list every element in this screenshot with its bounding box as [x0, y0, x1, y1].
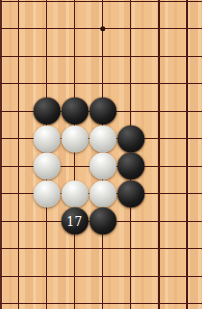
grid-line-horizontal: [0, 56, 202, 57]
grid-line-vertical: [18, 0, 19, 309]
grid-line-horizontal: [0, 1, 202, 2]
stone-white-c2-r7[interactable]: [33, 153, 60, 180]
grid-line-vertical: [74, 0, 75, 309]
stone-black-c4-r5[interactable]: [89, 98, 116, 125]
move-number-label: 17: [66, 215, 82, 227]
go-diagram-screenshot: 17: [0, 0, 202, 309]
grid-line-vertical: [158, 0, 159, 309]
stone-white-c3-r6[interactable]: [61, 125, 88, 152]
stone-white-c4-r8[interactable]: [89, 180, 116, 207]
stone-black-c3-r5[interactable]: [61, 98, 88, 125]
stone-black-c5-r8[interactable]: [117, 180, 144, 207]
board-left-edge: [0, 0, 2, 309]
stone-black-c5-r6[interactable]: [117, 125, 144, 152]
stone-white-c2-r8[interactable]: [33, 180, 60, 207]
stone-black-c3-r9[interactable]: 17: [61, 208, 88, 235]
grid-line-horizontal: [0, 303, 202, 304]
grid-line-vertical: [186, 0, 187, 309]
star-point: [100, 26, 106, 32]
go-board[interactable]: 17: [0, 0, 202, 309]
stone-white-c3-r8[interactable]: [61, 180, 88, 207]
grid-line-horizontal: [0, 83, 202, 84]
grid-line-horizontal: [0, 276, 202, 277]
grid-line-horizontal: [0, 248, 202, 249]
stone-white-c4-r7[interactable]: [89, 153, 116, 180]
stone-black-c4-r9[interactable]: [89, 208, 116, 235]
stone-black-c5-r7[interactable]: [117, 153, 144, 180]
stone-white-c4-r6[interactable]: [89, 125, 116, 152]
stone-black-c2-r5[interactable]: [33, 98, 60, 125]
stone-white-c2-r6[interactable]: [33, 125, 60, 152]
